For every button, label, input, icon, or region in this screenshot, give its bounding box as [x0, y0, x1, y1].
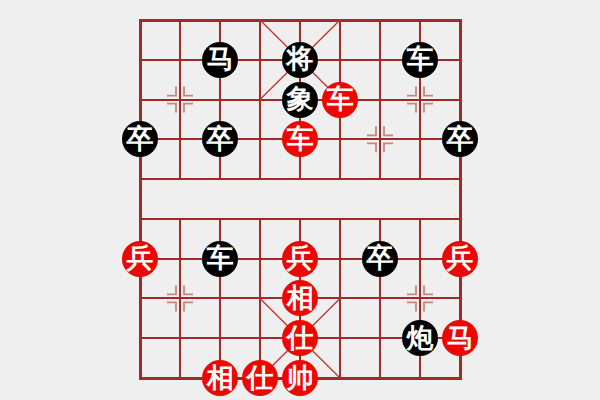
- piece-red-general[interactable]: 帅: [282, 360, 318, 396]
- piece-red-advisor[interactable]: 仕: [242, 360, 278, 396]
- piece-black-soldier[interactable]: 卒: [122, 121, 158, 157]
- piece-black-chariot[interactable]: 车: [402, 42, 438, 78]
- xiangqi-board: 马将车象车卒卒车卒兵车兵卒兵相仕炮马相仕帅: [0, 0, 600, 400]
- piece-black-elephant[interactable]: 象: [282, 82, 318, 118]
- piece-black-cannon[interactable]: 炮: [402, 320, 438, 356]
- piece-red-chariot[interactable]: 车: [322, 82, 358, 118]
- piece-red-soldier[interactable]: 兵: [442, 241, 478, 277]
- piece-red-advisor[interactable]: 仕: [282, 320, 318, 356]
- pieces-layer: 马将车象车卒卒车卒兵车兵卒兵相仕炮马相仕帅: [0, 0, 600, 400]
- piece-black-soldier[interactable]: 卒: [442, 121, 478, 157]
- piece-red-soldier[interactable]: 兵: [282, 241, 318, 277]
- piece-red-soldier[interactable]: 兵: [122, 241, 158, 277]
- piece-black-general[interactable]: 将: [282, 42, 318, 78]
- piece-red-horse[interactable]: 马: [442, 320, 478, 356]
- piece-red-elephant[interactable]: 相: [202, 360, 238, 396]
- piece-black-chariot[interactable]: 车: [202, 241, 238, 277]
- piece-red-chariot[interactable]: 车: [282, 121, 318, 157]
- piece-red-elephant[interactable]: 相: [282, 280, 318, 316]
- piece-black-soldier[interactable]: 卒: [362, 241, 398, 277]
- piece-black-soldier[interactable]: 卒: [202, 121, 238, 157]
- piece-black-horse[interactable]: 马: [202, 42, 238, 78]
